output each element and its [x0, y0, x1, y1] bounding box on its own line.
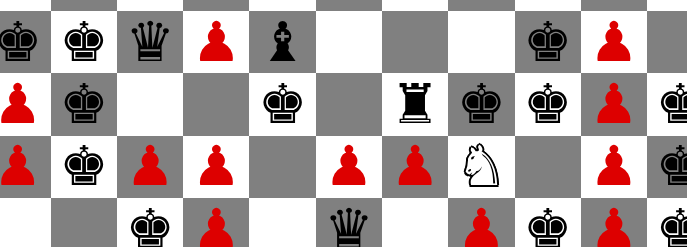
piece-red-pawn: ♟: [192, 139, 241, 194]
piece-black-piece-partial: ♟: [390, 0, 439, 7]
piece-black-king: ♚: [125, 202, 174, 247]
board-square[interactable]: ♚: [515, 73, 581, 135]
board-square[interactable]: ♟: [581, 198, 647, 247]
board-square[interactable]: [382, 198, 448, 247]
piece-black-bishop: ♝: [258, 15, 307, 70]
board-square[interactable]: ♚: [515, 11, 581, 73]
piece-black-king: ♚: [656, 139, 687, 194]
piece-black-rook: ♜: [390, 77, 439, 132]
piece-red-pawn: ♟: [192, 15, 241, 70]
board-square[interactable]: ♞: [448, 136, 514, 198]
piece-red-piece-partial: ♟: [192, 0, 241, 7]
chess-board-grid: ♟♟♟♟♟♟♟♟♟♚♚♛♟♝♚♟♟♚♚♜♚♚♟♚♟♚♟♟♟♟♞♟♚♚♟♛♟♚♟♚: [0, 0, 687, 247]
piece-red-piece-partial: ♟: [0, 0, 42, 7]
piece-black-king: ♚: [59, 77, 108, 132]
piece-black-piece-partial: ♟: [656, 0, 687, 7]
piece-black-king: ♚: [523, 202, 572, 247]
board-square[interactable]: ♚: [515, 198, 581, 247]
board-square[interactable]: ♟: [0, 136, 51, 198]
board-square[interactable]: ♟: [581, 136, 647, 198]
board-square[interactable]: ♟: [581, 73, 647, 135]
board-square[interactable]: ♟: [316, 136, 382, 198]
board-square[interactable]: [249, 136, 315, 198]
board-square[interactable]: ♟: [647, 0, 687, 11]
piece-black-piece-partial: ♟: [324, 0, 373, 7]
piece-red-pawn: ♟: [589, 202, 638, 247]
board-square[interactable]: [117, 73, 183, 135]
board-square[interactable]: ♟: [183, 11, 249, 73]
board-square[interactable]: ♛: [316, 198, 382, 247]
piece-red-pawn: ♟: [390, 139, 439, 194]
piece-black-king: ♚: [457, 77, 506, 132]
board-square[interactable]: ♚: [51, 73, 117, 135]
piece-red-pawn: ♟: [589, 77, 638, 132]
board-square[interactable]: ♟: [448, 198, 514, 247]
board-square[interactable]: ♟: [183, 198, 249, 247]
board-square[interactable]: ♟: [117, 136, 183, 198]
board-square[interactable]: ♚: [249, 73, 315, 135]
piece-red-piece-partial: ♟: [589, 0, 638, 7]
board-square[interactable]: [382, 11, 448, 73]
piece-red-pawn: ♟: [125, 139, 174, 194]
board-square[interactable]: ♟: [183, 136, 249, 198]
board-square[interactable]: [183, 73, 249, 135]
piece-black-king: ♚: [258, 77, 307, 132]
board-square[interactable]: ♚: [647, 136, 687, 198]
piece-red-pawn: ♟: [324, 139, 373, 194]
piece-black-king: ♚: [656, 202, 687, 247]
board-square[interactable]: ♟: [316, 0, 382, 11]
piece-red-pawn: ♟: [192, 202, 241, 247]
piece-black-queen: ♛: [324, 202, 373, 247]
board-square[interactable]: [647, 11, 687, 73]
board-square[interactable]: [316, 73, 382, 135]
board-square[interactable]: ♚: [51, 136, 117, 198]
board-square[interactable]: ♚: [117, 198, 183, 247]
board-square[interactable]: ♛: [117, 11, 183, 73]
piece-black-king: ♚: [656, 77, 687, 132]
piece-red-piece-partial: ♟: [523, 0, 572, 7]
board-square[interactable]: ♜: [382, 73, 448, 135]
board-square[interactable]: ♚: [0, 11, 51, 73]
board-square[interactable]: ♟: [581, 11, 647, 73]
board-square[interactable]: [448, 11, 514, 73]
board-square[interactable]: ♟: [382, 0, 448, 11]
board-square[interactable]: ♚: [51, 11, 117, 73]
board-square[interactable]: ♝: [249, 11, 315, 73]
board-square[interactable]: ♚: [448, 73, 514, 135]
piece-black-king: ♚: [523, 15, 572, 70]
piece-red-pawn: ♟: [0, 77, 42, 132]
piece-black-piece-partial: ♟: [457, 0, 506, 7]
board-square[interactable]: ♟: [448, 0, 514, 11]
board-square[interactable]: ♚: [647, 73, 687, 135]
board-square[interactable]: [0, 198, 51, 247]
piece-red-pawn: ♟: [589, 139, 638, 194]
piece-red-pawn: ♟: [457, 202, 506, 247]
piece-red-piece-partial: ♟: [258, 0, 307, 7]
chess-board: ♟♟♟♟♟♟♟♟♟♚♚♛♟♝♚♟♟♚♚♜♚♚♟♚♟♚♟♟♟♟♞♟♚♚♟♛♟♚♟♚: [0, 0, 687, 247]
board-square[interactable]: [51, 198, 117, 247]
board-square[interactable]: [316, 11, 382, 73]
piece-white-knight: ♞: [457, 139, 506, 194]
piece-red-pawn: ♟: [589, 15, 638, 70]
board-square[interactable]: ♟: [0, 73, 51, 135]
board-square[interactable]: [249, 198, 315, 247]
board-square[interactable]: ♚: [647, 198, 687, 247]
piece-black-king: ♚: [59, 139, 108, 194]
piece-red-pawn: ♟: [0, 139, 42, 194]
board-square[interactable]: [515, 136, 581, 198]
piece-black-king: ♚: [59, 15, 108, 70]
piece-black-king: ♚: [0, 15, 42, 70]
board-square[interactable]: ♟: [382, 136, 448, 198]
piece-black-king: ♚: [523, 77, 572, 132]
piece-black-queen: ♛: [125, 15, 174, 70]
